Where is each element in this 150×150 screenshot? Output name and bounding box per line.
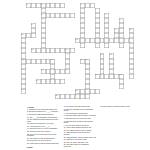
- cell-number: 8: [31, 23, 32, 25]
- cell-number: 17: [21, 58, 23, 60]
- cell-number: 26: [56, 94, 58, 96]
- cell-number: 7: [120, 18, 121, 20]
- cell-number: 20: [85, 58, 87, 60]
- cell-number: 1: [26, 3, 27, 5]
- cell-number: 9: [115, 28, 116, 30]
- cell-number: 2: [41, 3, 42, 5]
- cell-number: 13: [31, 48, 33, 50]
- clue-down-23: 23. The season in which the story is set: [100, 106, 133, 108]
- down-clues: 2. The holiday Scrooge hates most3. What…: [64, 106, 133, 149]
- across-clues: 1. What time of day Scrooge wakes up?3. …: [27, 109, 60, 145]
- cell-number: 12: [75, 38, 77, 40]
- clue-down-20: 20. Scrooge's word for Christmas nonsens…: [64, 144, 97, 148]
- cell-number: 3: [80, 3, 81, 5]
- cell-number: 23: [120, 73, 122, 75]
- cell-number: 19: [80, 58, 82, 60]
- cell-number: 16: [110, 53, 112, 55]
- clue-list: Across 1. What time of day Scrooge wakes…: [27, 106, 133, 149]
- down-heading: Down: [27, 146, 60, 148]
- cell-number: 18: [51, 58, 53, 60]
- cell-number: 15: [100, 53, 102, 55]
- cell-number: 6: [105, 13, 106, 15]
- crossword-grid: 1234567891011121314151617181920212223242…: [21, 3, 134, 99]
- cell-number: 14: [66, 48, 68, 50]
- cell-number: 24: [36, 79, 38, 81]
- clue-across-26: 26. What Marley's ghost drags behind him: [27, 143, 60, 145]
- cell-number: 5: [41, 13, 42, 15]
- cell-number: 25: [75, 89, 77, 91]
- cell-number: 22: [95, 73, 97, 75]
- grid-blank: [129, 94, 134, 99]
- cell-number: 21: [41, 68, 43, 70]
- cell-number: 11: [21, 33, 23, 35]
- cell-number: 10: [129, 28, 131, 30]
- cell-number: 4: [95, 8, 96, 10]
